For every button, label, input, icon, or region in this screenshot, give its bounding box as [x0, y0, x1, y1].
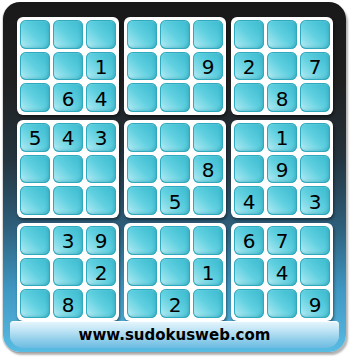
- cell-r7c5[interactable]: [160, 226, 190, 255]
- cell-r9c8[interactable]: [267, 289, 297, 318]
- given-digit: 8: [202, 160, 215, 180]
- cell-r4c1[interactable]: 5: [20, 123, 50, 152]
- cell-r6c1[interactable]: [20, 186, 50, 215]
- cell-r2c5[interactable]: [160, 52, 190, 81]
- given-digit: 5: [29, 128, 42, 148]
- cell-r1c7[interactable]: [234, 20, 264, 49]
- cell-r3c4[interactable]: [127, 83, 157, 112]
- given-digit: 2: [243, 57, 256, 77]
- cell-r2c2[interactable]: [53, 52, 83, 81]
- given-digit: 3: [309, 192, 322, 212]
- cell-r8c8[interactable]: 4: [267, 258, 297, 287]
- given-digit: 7: [309, 57, 322, 77]
- cell-r8c6[interactable]: 1: [193, 258, 223, 287]
- cell-r5c8[interactable]: 9: [267, 155, 297, 184]
- given-digit: 2: [95, 263, 108, 283]
- cell-r1c5[interactable]: [160, 20, 190, 49]
- cell-r8c7[interactable]: [234, 258, 264, 287]
- cell-r5c7[interactable]: [234, 155, 264, 184]
- cell-r6c8[interactable]: [267, 186, 297, 215]
- cell-r9c5[interactable]: 2: [160, 289, 190, 318]
- cell-r8c1[interactable]: [20, 258, 50, 287]
- cell-r6c2[interactable]: [53, 186, 83, 215]
- cell-r9c4[interactable]: [127, 289, 157, 318]
- cell-r4c9[interactable]: [300, 123, 330, 152]
- given-digit: 6: [62, 89, 75, 109]
- cell-r8c9[interactable]: [300, 258, 330, 287]
- given-digit: 4: [243, 192, 256, 212]
- cell-r7c6[interactable]: [193, 226, 223, 255]
- cell-r7c1[interactable]: [20, 226, 50, 255]
- cell-r4c3[interactable]: 3: [86, 123, 116, 152]
- cell-r7c9[interactable]: [300, 226, 330, 255]
- cell-r3c7[interactable]: [234, 83, 264, 112]
- cell-r1c8[interactable]: [267, 20, 297, 49]
- cell-r1c2[interactable]: [53, 20, 83, 49]
- cell-r9c2[interactable]: 8: [53, 289, 83, 318]
- cell-r2c6[interactable]: 9: [193, 52, 223, 81]
- given-digit: 1: [276, 128, 289, 148]
- cell-r1c4[interactable]: [127, 20, 157, 49]
- cell-r6c7[interactable]: 4: [234, 186, 264, 215]
- cell-r3c9[interactable]: [300, 83, 330, 112]
- cell-r7c2[interactable]: 3: [53, 226, 83, 255]
- cell-r1c1[interactable]: [20, 20, 50, 49]
- given-digit: 2: [169, 295, 182, 315]
- cell-r2c8[interactable]: [267, 52, 297, 81]
- given-digit: 3: [95, 128, 108, 148]
- given-digit: 9: [95, 231, 108, 251]
- given-digit: 6: [243, 231, 256, 251]
- box-3: 278: [231, 17, 333, 115]
- cell-r2c3[interactable]: 1: [86, 52, 116, 81]
- board-frame: 16492785438519433928126749 www.sudokuswe…: [3, 2, 346, 352]
- cell-r4c8[interactable]: 1: [267, 123, 297, 152]
- cell-r5c4[interactable]: [127, 155, 157, 184]
- cell-r6c9[interactable]: 3: [300, 186, 330, 215]
- box-5: 85: [124, 120, 226, 218]
- given-digit: 8: [62, 295, 75, 315]
- given-digit: 7: [276, 231, 289, 251]
- cell-r2c9[interactable]: 7: [300, 52, 330, 81]
- cell-r9c6[interactable]: [193, 289, 223, 318]
- given-digit: 8: [276, 89, 289, 109]
- cell-r2c1[interactable]: [20, 52, 50, 81]
- box-7: 3928: [17, 223, 119, 321]
- given-digit: 4: [276, 263, 289, 283]
- cell-r7c3[interactable]: 9: [86, 226, 116, 255]
- cell-r3c1[interactable]: [20, 83, 50, 112]
- box-2: 9: [124, 17, 226, 115]
- cell-r5c5[interactable]: [160, 155, 190, 184]
- cell-r8c5[interactable]: [160, 258, 190, 287]
- cell-r2c4[interactable]: [127, 52, 157, 81]
- site-url: www.sudokusweb.com: [79, 326, 271, 344]
- cell-r1c3[interactable]: [86, 20, 116, 49]
- cell-r5c3[interactable]: [86, 155, 116, 184]
- cell-r4c6[interactable]: [193, 123, 223, 152]
- cell-r9c7[interactable]: [234, 289, 264, 318]
- cell-r9c3[interactable]: [86, 289, 116, 318]
- sudoku-board: 16492785438519433928126749: [17, 17, 333, 321]
- cell-r2c7[interactable]: 2: [234, 52, 264, 81]
- box-9: 6749: [231, 223, 333, 321]
- given-digit: 1: [95, 57, 108, 77]
- cell-r9c1[interactable]: [20, 289, 50, 318]
- cell-r6c5[interactable]: 5: [160, 186, 190, 215]
- cell-r3c8[interactable]: 8: [267, 83, 297, 112]
- cell-r9c9[interactable]: 9: [300, 289, 330, 318]
- cell-r6c6[interactable]: [193, 186, 223, 215]
- cell-r4c4[interactable]: [127, 123, 157, 152]
- cell-r6c4[interactable]: [127, 186, 157, 215]
- given-digit: 3: [62, 231, 75, 251]
- given-digit: 5: [169, 192, 182, 212]
- cell-r8c4[interactable]: [127, 258, 157, 287]
- cell-r5c2[interactable]: [53, 155, 83, 184]
- cell-r4c7[interactable]: [234, 123, 264, 152]
- box-6: 1943: [231, 120, 333, 218]
- cell-r7c4[interactable]: [127, 226, 157, 255]
- cell-r3c2[interactable]: 6: [53, 83, 83, 112]
- cell-r7c8[interactable]: 7: [267, 226, 297, 255]
- box-4: 543: [17, 120, 119, 218]
- given-digit: 4: [95, 89, 108, 109]
- footer-bar: www.sudokusweb.com: [10, 321, 339, 348]
- given-digit: 4: [62, 128, 75, 148]
- cell-r1c9[interactable]: [300, 20, 330, 49]
- cell-r7c7[interactable]: 6: [234, 226, 264, 255]
- given-digit: 1: [202, 263, 215, 283]
- cell-r1c6[interactable]: [193, 20, 223, 49]
- cell-r4c5[interactable]: [160, 123, 190, 152]
- cell-r8c3[interactable]: 2: [86, 258, 116, 287]
- given-digit: 9: [276, 160, 289, 180]
- sudoku-widget: 16492785438519433928126749 www.sudokuswe…: [0, 0, 350, 360]
- cell-r3c6[interactable]: [193, 83, 223, 112]
- cell-r5c6[interactable]: 8: [193, 155, 223, 184]
- cell-r8c2[interactable]: [53, 258, 83, 287]
- given-digit: 9: [309, 295, 322, 315]
- cell-r5c9[interactable]: [300, 155, 330, 184]
- box-8: 12: [124, 223, 226, 321]
- box-1: 164: [17, 17, 119, 115]
- given-digit: 9: [202, 57, 215, 77]
- cell-r5c1[interactable]: [20, 155, 50, 184]
- cell-r4c2[interactable]: 4: [53, 123, 83, 152]
- cell-r3c5[interactable]: [160, 83, 190, 112]
- cell-r6c3[interactable]: [86, 186, 116, 215]
- cell-r3c3[interactable]: 4: [86, 83, 116, 112]
